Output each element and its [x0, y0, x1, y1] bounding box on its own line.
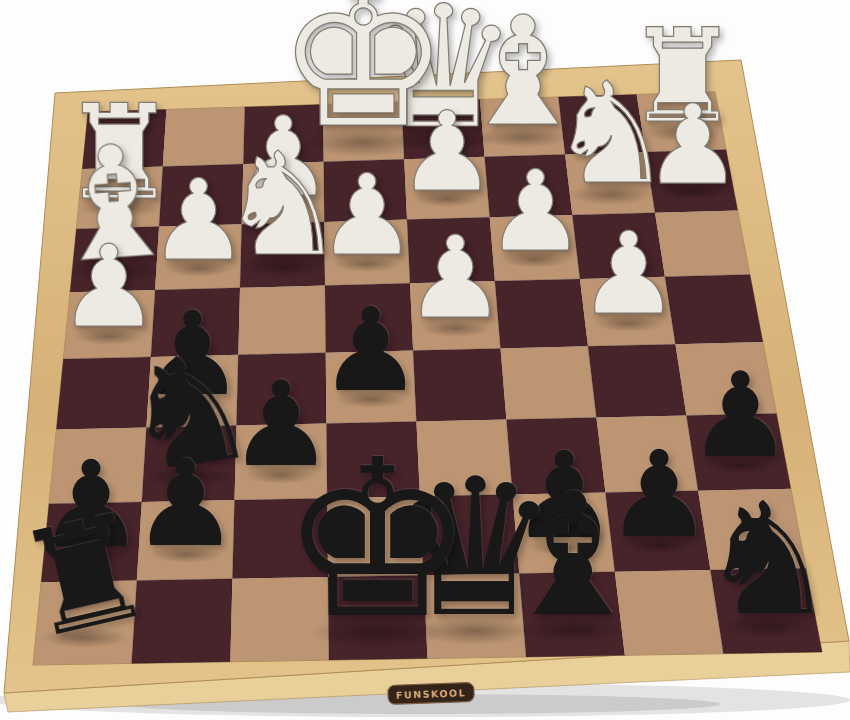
- square-f5: [236, 353, 326, 426]
- square-g5: [146, 355, 238, 428]
- square-c4: [495, 279, 588, 349]
- square-e1: [323, 102, 404, 162]
- square-c3: [490, 215, 580, 281]
- square-d6: [416, 420, 512, 497]
- square-a8: [710, 568, 822, 653]
- square-g2: [159, 164, 243, 227]
- square-h2: [76, 167, 162, 229]
- square-f2: [242, 162, 325, 225]
- square-d2: [404, 157, 490, 220]
- square-a2: [646, 150, 738, 213]
- square-a3: [655, 210, 750, 276]
- product-photo-stage: FUNSKOOL ♜♝♛♚♟♞♟♟♜♟♟♞♟♝♟♟♟♟♟♟♟♞♟♟♟♟♞♝♛♚♜: [0, 0, 850, 720]
- square-b5: [588, 344, 686, 417]
- square-h1: [82, 110, 166, 169]
- square-h6: [49, 428, 146, 504]
- square-f7: [232, 498, 328, 579]
- square-g3: [155, 224, 242, 290]
- square-b2: [565, 152, 655, 215]
- square-c8: [519, 572, 625, 657]
- square-e2: [324, 159, 407, 222]
- square-d1: [402, 100, 485, 160]
- square-f3: [240, 222, 325, 288]
- square-c2: [485, 154, 573, 217]
- square-a1: [637, 92, 726, 152]
- square-e5: [326, 351, 417, 424]
- square-g6: [142, 426, 237, 502]
- square-a7: [698, 489, 806, 570]
- square-a5: [675, 342, 776, 415]
- square-a6: [686, 414, 790, 491]
- square-d8: [424, 574, 526, 659]
- square-e3: [324, 220, 410, 286]
- brand-badge: FUNSKOOL: [388, 682, 475, 704]
- square-e7: [327, 496, 423, 577]
- square-g1: [163, 107, 245, 167]
- square-e6: [326, 422, 420, 499]
- square-h5: [56, 357, 150, 430]
- square-b6: [596, 416, 698, 493]
- square-b7: [605, 491, 710, 572]
- square-b4: [580, 277, 676, 347]
- square-b8: [615, 570, 724, 655]
- square-f8: [230, 577, 329, 662]
- square-h7: [41, 502, 142, 582]
- square-b1: [558, 95, 645, 155]
- square-f6: [235, 424, 328, 501]
- square-g4: [151, 288, 240, 357]
- square-d3: [407, 217, 495, 283]
- square-f4: [238, 286, 325, 355]
- chessboard: FUNSKOOL: [0, 0, 850, 720]
- square-d7: [420, 494, 519, 575]
- square-d4: [410, 281, 501, 351]
- square-d5: [413, 349, 506, 422]
- square-h4: [63, 290, 155, 359]
- square-h8: [33, 581, 137, 666]
- square-e8: [328, 575, 428, 660]
- square-e4: [325, 283, 413, 352]
- square-c7: [513, 493, 615, 574]
- square-b3: [572, 213, 665, 279]
- square-g7: [137, 500, 235, 580]
- square-h3: [70, 227, 159, 293]
- square-a4: [665, 275, 763, 345]
- square-c1: [480, 97, 565, 157]
- square-f1: [243, 105, 323, 165]
- square-g8: [132, 579, 233, 664]
- square-c6: [506, 418, 605, 495]
- square-c5: [501, 346, 597, 419]
